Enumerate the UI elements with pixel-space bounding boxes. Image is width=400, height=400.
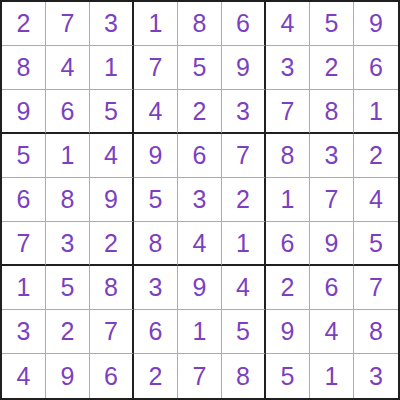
cell-r2c8[interactable]: 2	[310, 46, 354, 90]
cell-r7c7[interactable]: 2	[266, 266, 310, 310]
cell-r6c4[interactable]: 8	[134, 222, 178, 266]
cell-r7c5[interactable]: 9	[178, 266, 222, 310]
cell-r5c5[interactable]: 3	[178, 178, 222, 222]
cell-r2c6[interactable]: 9	[222, 46, 266, 90]
cell-r3c1[interactable]: 9	[2, 90, 46, 134]
cell-r8c5[interactable]: 1	[178, 310, 222, 354]
cell-r4c9[interactable]: 2	[354, 134, 398, 178]
cell-r9c1[interactable]: 4	[2, 354, 46, 398]
cell-r5c6[interactable]: 2	[222, 178, 266, 222]
cell-r1c1[interactable]: 2	[2, 2, 46, 46]
cell-r2c9[interactable]: 6	[354, 46, 398, 90]
cell-r6c5[interactable]: 4	[178, 222, 222, 266]
cell-r3c9[interactable]: 1	[354, 90, 398, 134]
cell-r5c1[interactable]: 6	[2, 178, 46, 222]
cell-r7c8[interactable]: 6	[310, 266, 354, 310]
cell-r4c7[interactable]: 8	[266, 134, 310, 178]
cell-r9c9[interactable]: 3	[354, 354, 398, 398]
cell-r8c1[interactable]: 3	[2, 310, 46, 354]
cell-r6c3[interactable]: 2	[90, 222, 134, 266]
cell-r9c6[interactable]: 8	[222, 354, 266, 398]
cell-r3c5[interactable]: 2	[178, 90, 222, 134]
cell-r8c7[interactable]: 9	[266, 310, 310, 354]
cell-r9c5[interactable]: 7	[178, 354, 222, 398]
cell-r7c9[interactable]: 7	[354, 266, 398, 310]
cell-r2c5[interactable]: 5	[178, 46, 222, 90]
cell-r6c1[interactable]: 7	[2, 222, 46, 266]
cell-r3c2[interactable]: 6	[46, 90, 90, 134]
cell-r3c6[interactable]: 3	[222, 90, 266, 134]
cell-r5c4[interactable]: 5	[134, 178, 178, 222]
cell-r8c4[interactable]: 6	[134, 310, 178, 354]
cell-r7c6[interactable]: 4	[222, 266, 266, 310]
cell-r1c2[interactable]: 7	[46, 2, 90, 46]
cell-r9c4[interactable]: 2	[134, 354, 178, 398]
cell-r1c5[interactable]: 8	[178, 2, 222, 46]
cell-r1c7[interactable]: 4	[266, 2, 310, 46]
cell-r6c9[interactable]: 5	[354, 222, 398, 266]
cell-r1c3[interactable]: 3	[90, 2, 134, 46]
cell-r8c8[interactable]: 4	[310, 310, 354, 354]
cell-r7c2[interactable]: 5	[46, 266, 90, 310]
cell-r2c2[interactable]: 4	[46, 46, 90, 90]
cell-r4c5[interactable]: 6	[178, 134, 222, 178]
cell-r1c4[interactable]: 1	[134, 2, 178, 46]
cell-r2c1[interactable]: 8	[2, 46, 46, 90]
cell-r5c9[interactable]: 4	[354, 178, 398, 222]
cell-r4c6[interactable]: 7	[222, 134, 266, 178]
cell-r9c2[interactable]: 9	[46, 354, 90, 398]
cell-r6c6[interactable]: 1	[222, 222, 266, 266]
cell-r8c3[interactable]: 7	[90, 310, 134, 354]
cell-r4c8[interactable]: 3	[310, 134, 354, 178]
cell-r3c8[interactable]: 8	[310, 90, 354, 134]
cell-r8c2[interactable]: 2	[46, 310, 90, 354]
cell-r7c3[interactable]: 8	[90, 266, 134, 310]
cell-r3c4[interactable]: 4	[134, 90, 178, 134]
cell-r7c4[interactable]: 3	[134, 266, 178, 310]
cell-r8c9[interactable]: 8	[354, 310, 398, 354]
cell-r8c6[interactable]: 5	[222, 310, 266, 354]
cell-r9c3[interactable]: 6	[90, 354, 134, 398]
cell-r7c1[interactable]: 1	[2, 266, 46, 310]
cell-r4c4[interactable]: 9	[134, 134, 178, 178]
cell-r4c1[interactable]: 5	[2, 134, 46, 178]
cell-r6c8[interactable]: 9	[310, 222, 354, 266]
cell-r9c7[interactable]: 5	[266, 354, 310, 398]
cell-r3c3[interactable]: 5	[90, 90, 134, 134]
cell-r1c9[interactable]: 9	[354, 2, 398, 46]
sudoku-board: 2731864598417593269654237815149678326895…	[0, 0, 400, 400]
cell-r6c7[interactable]: 6	[266, 222, 310, 266]
cell-r4c2[interactable]: 1	[46, 134, 90, 178]
cell-r2c3[interactable]: 1	[90, 46, 134, 90]
cell-r1c8[interactable]: 5	[310, 2, 354, 46]
cell-r4c3[interactable]: 4	[90, 134, 134, 178]
cell-r3c7[interactable]: 7	[266, 90, 310, 134]
cell-r5c7[interactable]: 1	[266, 178, 310, 222]
cell-r6c2[interactable]: 3	[46, 222, 90, 266]
cell-r2c7[interactable]: 3	[266, 46, 310, 90]
cell-r1c6[interactable]: 6	[222, 2, 266, 46]
cell-r2c4[interactable]: 7	[134, 46, 178, 90]
cell-r5c2[interactable]: 8	[46, 178, 90, 222]
cell-r5c3[interactable]: 9	[90, 178, 134, 222]
cell-r5c8[interactable]: 7	[310, 178, 354, 222]
cell-r9c8[interactable]: 1	[310, 354, 354, 398]
